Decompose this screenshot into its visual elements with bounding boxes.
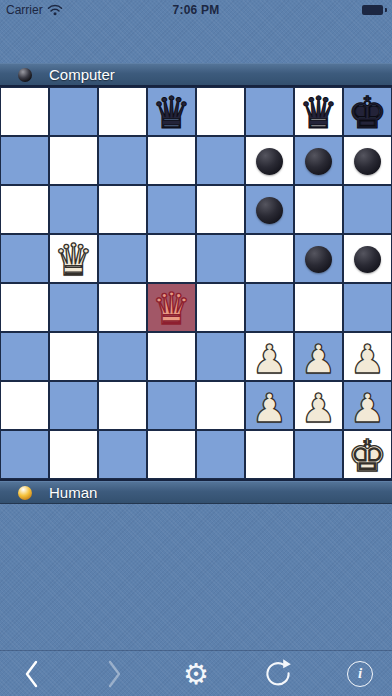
- square-f5[interactable]: [245, 234, 294, 283]
- black-pawn-ball: [354, 246, 381, 273]
- square-e1[interactable]: [196, 430, 245, 479]
- square-e4[interactable]: [196, 283, 245, 332]
- human-label: Human: [49, 484, 97, 501]
- square-c3[interactable]: [98, 332, 147, 381]
- black-pawn-ball: [256, 148, 283, 175]
- computer-label: Computer: [49, 66, 115, 83]
- forward-button[interactable]: [96, 656, 132, 692]
- info-icon: i: [347, 661, 373, 687]
- square-d7[interactable]: [147, 136, 196, 185]
- square-h4[interactable]: [343, 283, 392, 332]
- square-c5[interactable]: [98, 234, 147, 283]
- square-a2[interactable]: [0, 381, 49, 430]
- square-b4[interactable]: [49, 283, 98, 332]
- square-e8[interactable]: [196, 87, 245, 136]
- square-a8[interactable]: [0, 87, 49, 136]
- battery-icon: [362, 5, 387, 15]
- square-h5[interactable]: [343, 234, 392, 283]
- square-g1[interactable]: [294, 430, 343, 479]
- new-game-button[interactable]: [260, 656, 296, 692]
- square-h3[interactable]: ♟: [343, 332, 392, 381]
- square-b6[interactable]: [49, 185, 98, 234]
- square-f6[interactable]: [245, 185, 294, 234]
- square-c8[interactable]: [98, 87, 147, 136]
- square-f2[interactable]: ♟: [245, 381, 294, 430]
- moving-black-queen-red: ♛: [147, 283, 196, 332]
- square-h7[interactable]: [343, 136, 392, 185]
- black-pawn-ball: [305, 148, 332, 175]
- gear-icon: ⚙: [183, 656, 209, 692]
- computer-player-bar: Computer: [0, 63, 392, 86]
- square-b5[interactable]: ♛: [49, 234, 98, 283]
- square-e2[interactable]: [196, 381, 245, 430]
- square-b2[interactable]: [49, 381, 98, 430]
- square-h8[interactable]: ♚: [343, 87, 392, 136]
- square-g6[interactable]: [294, 185, 343, 234]
- white-pawn: ♟: [294, 381, 343, 430]
- square-g3[interactable]: ♟: [294, 332, 343, 381]
- square-c7[interactable]: [98, 136, 147, 185]
- white-pawn: ♟: [245, 332, 294, 381]
- square-e6[interactable]: [196, 185, 245, 234]
- toolbar: ⚙ i: [0, 650, 392, 696]
- square-h1[interactable]: ♚: [343, 430, 392, 479]
- square-a3[interactable]: [0, 332, 49, 381]
- square-g2[interactable]: ♟: [294, 381, 343, 430]
- square-c2[interactable]: [98, 381, 147, 430]
- square-d2[interactable]: [147, 381, 196, 430]
- square-a1[interactable]: [0, 430, 49, 479]
- black-king: ♚: [343, 87, 392, 136]
- refresh-icon: [262, 658, 294, 690]
- black-queen: ♛: [147, 87, 196, 136]
- black-queen: ♛: [294, 87, 343, 136]
- square-h2[interactable]: ♟: [343, 381, 392, 430]
- white-queen: ♛: [49, 234, 98, 283]
- chess-app-screen: { "app": {"background_color": "#5d81ad"}…: [0, 0, 392, 696]
- square-c1[interactable]: [98, 430, 147, 479]
- white-pawn: ♟: [343, 381, 392, 430]
- square-a7[interactable]: [0, 136, 49, 185]
- square-e7[interactable]: [196, 136, 245, 185]
- chess-board: ♛♛♚♛♛♟♟♟♟♟♟♚: [0, 87, 392, 479]
- square-c6[interactable]: [98, 185, 147, 234]
- square-g5[interactable]: [294, 234, 343, 283]
- black-pawn-ball: [305, 246, 332, 273]
- square-b7[interactable]: [49, 136, 98, 185]
- square-f1[interactable]: [245, 430, 294, 479]
- square-f4[interactable]: [245, 283, 294, 332]
- square-b8[interactable]: [49, 87, 98, 136]
- square-g7[interactable]: [294, 136, 343, 185]
- black-pawn-ball: [354, 148, 381, 175]
- chevron-left-icon: [23, 659, 41, 689]
- square-a5[interactable]: [0, 234, 49, 283]
- square-d1[interactable]: [147, 430, 196, 479]
- info-button[interactable]: i: [342, 656, 378, 692]
- square-g4[interactable]: [294, 283, 343, 332]
- white-pawn: ♟: [245, 381, 294, 430]
- square-f7[interactable]: [245, 136, 294, 185]
- square-e3[interactable]: [196, 332, 245, 381]
- white-pawn: ♟: [343, 332, 392, 381]
- square-d6[interactable]: [147, 185, 196, 234]
- square-d4[interactable]: ♛: [147, 283, 196, 332]
- status-bar: Carrier 7:06 PM: [0, 0, 392, 20]
- square-f3[interactable]: ♟: [245, 332, 294, 381]
- square-e5[interactable]: [196, 234, 245, 283]
- gold-sphere-icon: [18, 486, 32, 500]
- square-c4[interactable]: [98, 283, 147, 332]
- chevron-right-icon: [105, 659, 123, 689]
- square-b3[interactable]: [49, 332, 98, 381]
- human-player-bar: Human: [0, 481, 392, 504]
- square-f8[interactable]: [245, 87, 294, 136]
- square-h6[interactable]: [343, 185, 392, 234]
- settings-button[interactable]: ⚙: [178, 656, 214, 692]
- square-g8[interactable]: ♛: [294, 87, 343, 136]
- black-sphere-icon: [18, 68, 32, 82]
- black-pawn-ball: [256, 197, 283, 224]
- square-a6[interactable]: [0, 185, 49, 234]
- white-pawn: ♟: [294, 332, 343, 381]
- square-d3[interactable]: [147, 332, 196, 381]
- clock: 7:06 PM: [0, 3, 392, 17]
- square-d8[interactable]: ♛: [147, 87, 196, 136]
- square-b1[interactable]: [49, 430, 98, 479]
- square-d5[interactable]: [147, 234, 196, 283]
- back-button[interactable]: [14, 656, 50, 692]
- white-king: ♚: [343, 430, 392, 479]
- square-a4[interactable]: [0, 283, 49, 332]
